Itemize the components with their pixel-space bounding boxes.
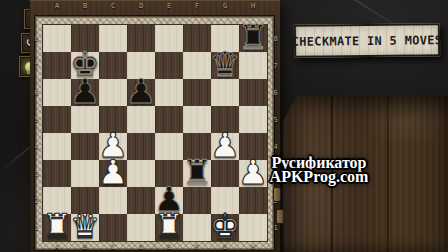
square-g7[interactable]: ♛ (211, 52, 239, 79)
square-d4[interactable] (127, 133, 155, 160)
square-h3[interactable]: ♟ (239, 160, 267, 187)
coord-label: D (127, 2, 155, 11)
piece-black-pawn[interactable]: ♟ (126, 78, 156, 105)
square-e4[interactable] (155, 133, 183, 160)
coord-label: A (43, 2, 71, 11)
square-h8[interactable]: ♜ (239, 25, 267, 52)
coord-label: B (71, 2, 99, 11)
square-e1[interactable]: ♜ (155, 214, 183, 241)
square-a6[interactable] (43, 79, 71, 106)
coord-label: H (239, 2, 267, 11)
square-e6[interactable] (155, 79, 183, 106)
square-c7[interactable] (99, 52, 127, 79)
square-f3[interactable]: ♜ (183, 160, 211, 187)
puzzle-objective-plaque: CHECKMATE IN 5 MOVES (294, 23, 440, 58)
square-b4[interactable] (71, 133, 99, 160)
square-a7[interactable] (43, 52, 71, 79)
square-h1[interactable] (239, 214, 267, 241)
square-d6[interactable]: ♟ (127, 79, 155, 106)
square-e7[interactable] (155, 52, 183, 79)
square-g1[interactable]: ♚ (211, 214, 239, 241)
square-c1[interactable] (99, 214, 127, 241)
square-h6[interactable] (239, 79, 267, 106)
square-a3[interactable] (43, 160, 71, 187)
frame-clasp (273, 187, 281, 202)
coord-label: G (211, 2, 239, 11)
square-f8[interactable] (183, 25, 211, 52)
square-g4[interactable]: ♟ (211, 133, 239, 160)
piece-white-pawn[interactable]: ♟ (98, 159, 128, 186)
square-c8[interactable] (99, 25, 127, 52)
square-a4[interactable] (43, 133, 71, 160)
chess-board: ♜♚♛♟♟♟♟♟♜♟♟♜♛♜♚ (43, 25, 267, 241)
square-b1[interactable]: ♛ (71, 214, 99, 241)
square-f6[interactable] (183, 79, 211, 106)
piece-white-queen[interactable]: ♛ (70, 213, 100, 240)
square-a1[interactable]: ♜ (43, 214, 71, 241)
square-d2[interactable] (127, 187, 155, 214)
piece-black-rook[interactable]: ♜ (238, 24, 268, 51)
board-frame: ABCDEFGH ♜♚♛♟♟♟♟♟♜♟♟♜♛♜♚ ABCDEFGH 876543… (30, 0, 280, 252)
square-a8[interactable] (43, 25, 71, 52)
piece-white-rook[interactable]: ♜ (154, 213, 184, 240)
square-f5[interactable] (183, 106, 211, 133)
wood-table-panel (283, 96, 448, 252)
square-h5[interactable] (239, 106, 267, 133)
game-screen: ✕ ↺ ABCDEFGH ♜♚♛♟♟♟♟♟♜♟♟♜♛♜♚ ABCDEFGH 87… (0, 0, 448, 252)
square-f1[interactable] (183, 214, 211, 241)
square-c6[interactable] (99, 79, 127, 106)
file-labels-top: ABCDEFGH (43, 2, 267, 11)
piece-black-queen[interactable]: ♛ (210, 51, 240, 78)
square-f7[interactable] (183, 52, 211, 79)
square-d3[interactable] (127, 160, 155, 187)
square-c3[interactable]: ♟ (99, 160, 127, 187)
piece-white-rook[interactable]: ♜ (42, 213, 72, 240)
piece-white-pawn[interactable]: ♟ (210, 132, 240, 159)
square-e5[interactable] (155, 106, 183, 133)
square-d1[interactable] (127, 214, 155, 241)
square-d8[interactable] (127, 25, 155, 52)
piece-white-king[interactable]: ♚ (210, 213, 240, 240)
square-b6[interactable]: ♟ (71, 79, 99, 106)
piece-black-pawn[interactable]: ♟ (70, 78, 100, 105)
coord-label: E (155, 2, 183, 11)
coord-label: C (99, 2, 127, 11)
piece-black-rook[interactable]: ♜ (182, 159, 212, 186)
square-b3[interactable] (71, 160, 99, 187)
square-e8[interactable] (155, 25, 183, 52)
puzzle-objective-text: CHECKMATE IN 5 MOVES (292, 33, 443, 49)
piece-white-pawn[interactable]: ♟ (238, 159, 268, 186)
frame-clasp (276, 209, 284, 224)
coord-label: F (183, 2, 211, 11)
square-a5[interactable] (43, 106, 71, 133)
